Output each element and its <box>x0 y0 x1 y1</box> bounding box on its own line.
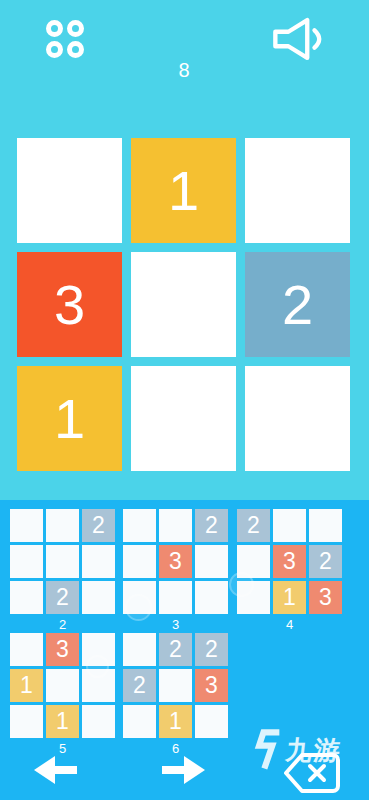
grid-menu-icon <box>46 20 63 37</box>
level-thumbnail-5[interactable]: 311 5 <box>10 633 115 756</box>
game-screen: 8 1321 22 2 23 3 23213 4 311 5 22231 6 <box>0 0 369 800</box>
board-cell-2[interactable]: 2 <box>82 509 115 542</box>
board-cell-empty[interactable] <box>123 705 156 738</box>
board-cell-empty[interactable] <box>82 581 115 614</box>
mini-board-3: 23 <box>123 509 228 614</box>
board-cell-empty[interactable] <box>123 581 156 614</box>
level-label: 3 <box>123 617 228 632</box>
board-cell-1[interactable]: 1 <box>46 705 79 738</box>
board-cell-2[interactable]: 2 <box>159 633 192 666</box>
board-cell-empty[interactable] <box>237 581 270 614</box>
mini-board-5: 311 <box>10 633 115 738</box>
level-label: 4 <box>237 617 342 632</box>
board-cell-2[interactable]: 2 <box>309 545 342 578</box>
board-cell-empty[interactable] <box>195 545 228 578</box>
board-cell-empty[interactable] <box>17 138 122 243</box>
board-cell-empty[interactable] <box>10 509 43 542</box>
level-thumbnail-3[interactable]: 23 3 <box>123 509 228 632</box>
board-cell-empty[interactable] <box>245 366 350 471</box>
next-page-button[interactable] <box>161 755 205 785</box>
speaker-icon <box>271 15 329 63</box>
board-cell-2[interactable]: 2 <box>195 509 228 542</box>
left-arrow-icon <box>34 755 78 785</box>
level-thumbnail-2[interactable]: 22 2 <box>10 509 115 632</box>
sound-button[interactable] <box>271 15 329 63</box>
board-cell-empty[interactable] <box>46 509 79 542</box>
board-cell-2[interactable]: 2 <box>195 633 228 666</box>
board-cell-empty[interactable] <box>46 545 79 578</box>
board-cell-empty[interactable] <box>82 705 115 738</box>
board-cell-1[interactable]: 1 <box>159 705 192 738</box>
board-cell-2[interactable]: 2 <box>237 509 270 542</box>
mini-board-6: 22231 <box>123 633 228 738</box>
board-cell-empty[interactable] <box>82 669 115 702</box>
level-thumbnail-4[interactable]: 23213 4 <box>237 509 342 632</box>
grid-menu-icon <box>46 41 63 58</box>
board-cell-2[interactable]: 2 <box>123 669 156 702</box>
right-arrow-icon <box>161 755 205 785</box>
board-cell-3[interactable]: 3 <box>273 545 306 578</box>
board-cell-empty[interactable] <box>273 509 306 542</box>
board-cell-3[interactable]: 3 <box>46 633 79 666</box>
level-label: 5 <box>10 741 115 756</box>
board-cell-3[interactable]: 3 <box>17 252 122 357</box>
board-cell-empty[interactable] <box>10 633 43 666</box>
board-cell-empty[interactable] <box>82 545 115 578</box>
board-cell-3[interactable]: 3 <box>159 545 192 578</box>
board-cell-2[interactable]: 2 <box>245 252 350 357</box>
board-cell-empty[interactable] <box>245 138 350 243</box>
level-number: 8 <box>0 59 369 82</box>
board-cell-empty[interactable] <box>82 633 115 666</box>
main-board: 1321 <box>17 138 350 471</box>
board-cell-empty[interactable] <box>237 545 270 578</box>
mini-board-4: 23213 <box>237 509 342 614</box>
board-cell-empty[interactable] <box>123 509 156 542</box>
grid-menu-icon <box>67 20 84 37</box>
board-cell-empty[interactable] <box>131 252 236 357</box>
erase-button[interactable] <box>281 750 343 796</box>
level-label: 6 <box>123 741 228 756</box>
board-cell-empty[interactable] <box>46 669 79 702</box>
board-cell-empty[interactable] <box>131 366 236 471</box>
board-cell-3[interactable]: 3 <box>195 669 228 702</box>
prev-page-button[interactable] <box>34 755 78 785</box>
board-cell-empty[interactable] <box>195 705 228 738</box>
board-cell-empty[interactable] <box>123 545 156 578</box>
level-thumbnail-6[interactable]: 22231 6 <box>123 633 228 756</box>
board-cell-empty[interactable] <box>159 581 192 614</box>
board-cell-empty[interactable] <box>10 545 43 578</box>
board-cell-empty[interactable] <box>309 509 342 542</box>
level-label: 2 <box>10 617 115 632</box>
board-cell-empty[interactable] <box>195 581 228 614</box>
grid-menu-icon <box>67 41 84 58</box>
backspace-icon <box>281 750 343 796</box>
board-cell-1[interactable]: 1 <box>131 138 236 243</box>
board-cell-empty[interactable] <box>10 705 43 738</box>
board-cell-2[interactable]: 2 <box>46 581 79 614</box>
board-cell-empty[interactable] <box>159 669 192 702</box>
menu-button[interactable] <box>46 20 84 58</box>
mini-board-2: 22 <box>10 509 115 614</box>
board-cell-1[interactable]: 1 <box>17 366 122 471</box>
board-cell-empty[interactable] <box>159 509 192 542</box>
board-cell-1[interactable]: 1 <box>273 581 306 614</box>
board-cell-empty[interactable] <box>10 581 43 614</box>
board-cell-3[interactable]: 3 <box>309 581 342 614</box>
board-cell-empty[interactable] <box>123 633 156 666</box>
board-cell-1[interactable]: 1 <box>10 669 43 702</box>
